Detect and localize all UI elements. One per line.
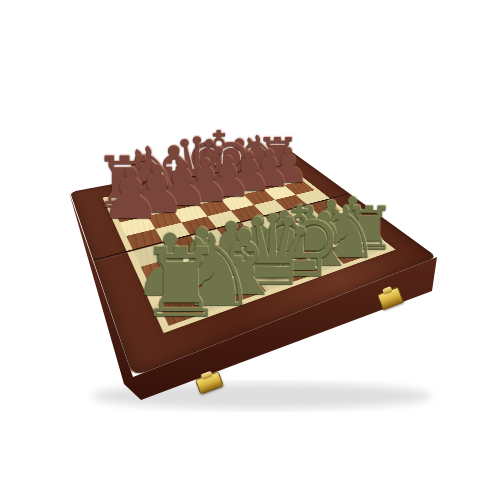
- piece-white-rook-a1: ♜: [138, 235, 223, 330]
- chess-set-photo: ♜♞♝♛♚♝♞♜♟♟♟♟♟♟♟♟♟♟♟♟♟♟♟♟♜♞♝♛♚♝♞♜: [0, 0, 500, 500]
- pieces-layer: ♜♞♝♛♚♝♞♜♟♟♟♟♟♟♟♟♟♟♟♟♟♟♟♟♜♞♝♛♚♝♞♜: [0, 0, 500, 500]
